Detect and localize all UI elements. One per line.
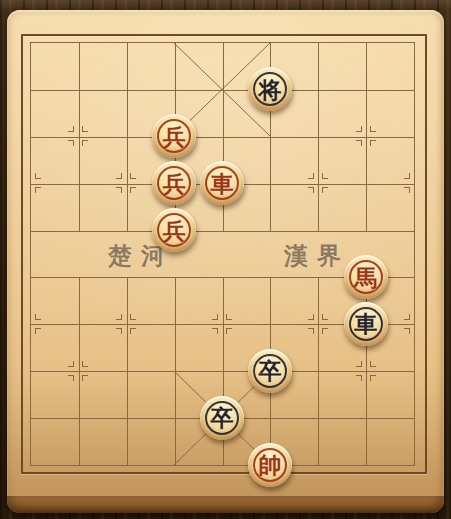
marker-corner [322, 314, 328, 320]
piece-red-soldier[interactable]: 兵 [152, 208, 196, 252]
marker-corner [68, 361, 74, 367]
board-cell [127, 43, 175, 90]
piece-character: 将 [248, 67, 292, 111]
marker-corner [322, 173, 328, 179]
marker-corner [370, 375, 376, 381]
marker-corner [82, 361, 88, 367]
piece-character: 兵 [152, 161, 196, 205]
piece-character: 兵 [152, 114, 196, 158]
board-cell [79, 418, 127, 465]
piece-character: 卒 [248, 349, 292, 393]
board-cell [175, 43, 223, 90]
marker-corner [404, 328, 410, 334]
marker-corner [116, 314, 122, 320]
marker-corner [212, 328, 218, 334]
board-cell [318, 43, 366, 90]
marker-corner [322, 187, 328, 193]
piece-character: 馬 [344, 255, 388, 299]
piece-red-chariot[interactable]: 車 [200, 161, 244, 205]
marker-corner [130, 328, 136, 334]
board-cell [318, 418, 366, 465]
piece-character: 車 [200, 161, 244, 205]
marker-corner [68, 375, 74, 381]
marker-corner [226, 314, 232, 320]
marker-corner [356, 375, 362, 381]
piece-character: 帥 [248, 443, 292, 487]
board-cell [31, 418, 79, 465]
marker-corner [356, 361, 362, 367]
marker-corner [308, 173, 314, 179]
piece-black-soldier[interactable]: 卒 [248, 349, 292, 393]
marker-corner [404, 187, 410, 193]
piece-character: 車 [344, 302, 388, 346]
piece-red-general[interactable]: 帥 [248, 443, 292, 487]
marker-corner [356, 140, 362, 146]
marker-corner [116, 173, 122, 179]
marker-corner [68, 126, 74, 132]
piece-character: 卒 [200, 396, 244, 440]
marker-corner [116, 187, 122, 193]
marker-corner [370, 361, 376, 367]
xiangqi-app: 楚河 漢界 将兵兵車兵馬車卒卒帥 [0, 0, 451, 519]
piece-character: 兵 [152, 208, 196, 252]
board-cell [366, 418, 414, 465]
marker-corner [82, 126, 88, 132]
board-cell [127, 418, 175, 465]
marker-corner [35, 173, 41, 179]
marker-corner [68, 140, 74, 146]
board-front-bevel [7, 496, 444, 513]
marker-corner [356, 126, 362, 132]
marker-corner [322, 328, 328, 334]
piece-black-chariot[interactable]: 車 [344, 302, 388, 346]
marker-corner [370, 126, 376, 132]
marker-corner [212, 314, 218, 320]
piece-red-soldier[interactable]: 兵 [152, 161, 196, 205]
board-cell [223, 231, 271, 278]
marker-corner [308, 328, 314, 334]
marker-corner [226, 328, 232, 334]
board-cell [31, 43, 79, 90]
piece-red-soldier[interactable]: 兵 [152, 114, 196, 158]
board-cell [127, 371, 175, 418]
marker-corner [370, 140, 376, 146]
marker-corner [116, 328, 122, 334]
marker-corner [308, 314, 314, 320]
marker-corner [404, 173, 410, 179]
river-label-han-jie: 漢界 [280, 240, 350, 272]
marker-corner [35, 187, 41, 193]
marker-corner [308, 187, 314, 193]
marker-corner [130, 314, 136, 320]
board-cell [31, 231, 79, 278]
piece-black-general[interactable]: 将 [248, 67, 292, 111]
marker-corner [404, 314, 410, 320]
marker-corner [82, 375, 88, 381]
marker-corner [35, 314, 41, 320]
board-cell [366, 43, 414, 90]
piece-black-soldier[interactable]: 卒 [200, 396, 244, 440]
marker-corner [130, 173, 136, 179]
piece-red-horse[interactable]: 馬 [344, 255, 388, 299]
marker-corner [35, 328, 41, 334]
board-cell [79, 43, 127, 90]
marker-corner [130, 187, 136, 193]
marker-corner [82, 140, 88, 146]
